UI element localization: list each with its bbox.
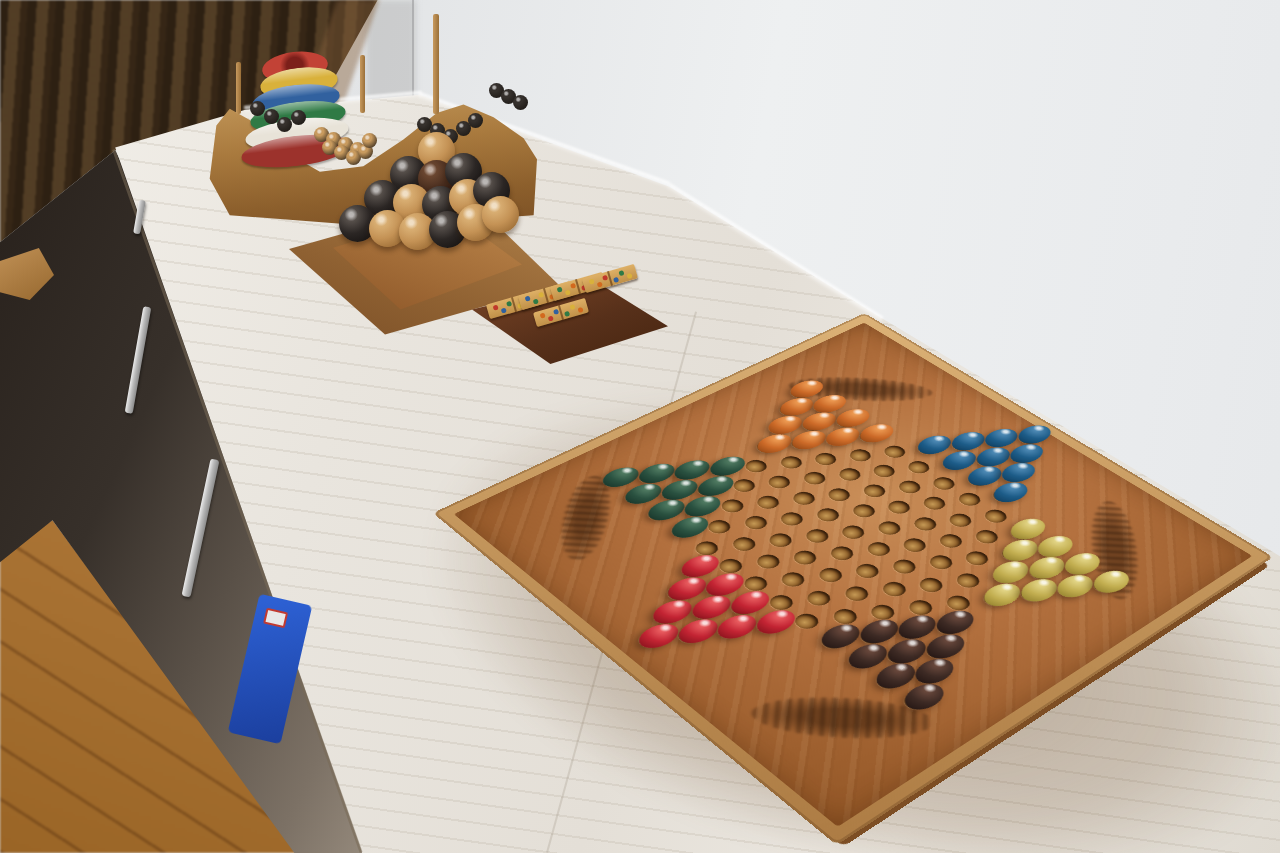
board-hole[interactable] bbox=[900, 536, 930, 555]
board-hole[interactable] bbox=[852, 561, 883, 580]
board-hole[interactable] bbox=[863, 540, 893, 559]
domino-pip bbox=[506, 301, 512, 307]
board-hole[interactable] bbox=[728, 535, 758, 554]
board-hole[interactable] bbox=[936, 532, 966, 551]
board-hole[interactable] bbox=[802, 527, 832, 546]
board-hole[interactable] bbox=[841, 584, 872, 604]
star-hole-grid bbox=[454, 323, 1253, 827]
board-hole[interactable] bbox=[920, 494, 950, 512]
board-hole[interactable] bbox=[741, 514, 771, 532]
board-hole[interactable] bbox=[813, 506, 843, 524]
board-hole[interactable] bbox=[753, 552, 784, 571]
board-hole[interactable] bbox=[879, 579, 910, 599]
photo-scene: { "game": "chinese-checkers", "image_typ… bbox=[0, 0, 1280, 853]
board-hole[interactable] bbox=[800, 470, 829, 487]
board-hole[interactable] bbox=[717, 497, 747, 515]
board-hole[interactable] bbox=[981, 507, 1011, 525]
board-hole[interactable] bbox=[916, 575, 947, 595]
board-hole[interactable] bbox=[889, 557, 920, 576]
board-hole[interactable] bbox=[765, 531, 795, 550]
board-hole[interactable] bbox=[753, 493, 783, 511]
board-hole[interactable] bbox=[835, 466, 864, 483]
board-hole[interactable] bbox=[870, 462, 899, 479]
board-playing-area bbox=[454, 323, 1253, 827]
chinese-checkers-board bbox=[533, 215, 1173, 853]
marble-olive-yellow[interactable] bbox=[1087, 566, 1136, 597]
board-hole[interactable] bbox=[926, 553, 957, 572]
board-hole[interactable] bbox=[815, 566, 846, 586]
board-hole[interactable] bbox=[838, 523, 868, 542]
board-hole[interactable] bbox=[777, 510, 807, 528]
board-hole[interactable] bbox=[778, 570, 809, 590]
board-hole[interactable] bbox=[929, 475, 958, 492]
board-hole[interactable] bbox=[945, 511, 975, 529]
board-hole[interactable] bbox=[811, 450, 840, 467]
domino-pip bbox=[493, 305, 499, 311]
board-hole[interactable] bbox=[790, 548, 821, 567]
board-hole[interactable] bbox=[905, 459, 934, 476]
board-hole[interactable] bbox=[910, 515, 940, 533]
board-hole[interactable] bbox=[704, 518, 734, 536]
board-hole[interactable] bbox=[846, 447, 875, 464]
board-hole[interactable] bbox=[953, 571, 984, 591]
board-hole[interactable] bbox=[765, 473, 794, 490]
marble-olive-yellow[interactable] bbox=[977, 579, 1027, 611]
board-hole[interactable] bbox=[789, 489, 819, 507]
marble-blue[interactable] bbox=[987, 478, 1034, 506]
board-hole[interactable] bbox=[791, 611, 823, 632]
board-hole[interactable] bbox=[895, 478, 924, 495]
board-top-face bbox=[433, 313, 1274, 845]
board-hole[interactable] bbox=[971, 528, 1001, 547]
board-hole[interactable] bbox=[885, 498, 915, 516]
board-hole[interactable] bbox=[730, 477, 759, 495]
board-hole[interactable] bbox=[827, 544, 858, 563]
board-hole[interactable] bbox=[860, 482, 889, 500]
board-hole[interactable] bbox=[777, 454, 806, 471]
domino-pip bbox=[525, 296, 531, 302]
domino-divider bbox=[511, 297, 517, 312]
board-hole[interactable] bbox=[849, 502, 879, 520]
board-hole[interactable] bbox=[742, 457, 771, 474]
board-hole[interactable] bbox=[874, 519, 904, 537]
board-hole[interactable] bbox=[803, 588, 834, 608]
board-hole[interactable] bbox=[824, 486, 853, 504]
marble-orange[interactable] bbox=[854, 420, 900, 446]
board-hole[interactable] bbox=[962, 549, 993, 568]
board-hole[interactable] bbox=[880, 443, 909, 460]
domino-pip bbox=[501, 307, 507, 313]
board-hole[interactable] bbox=[955, 491, 984, 509]
